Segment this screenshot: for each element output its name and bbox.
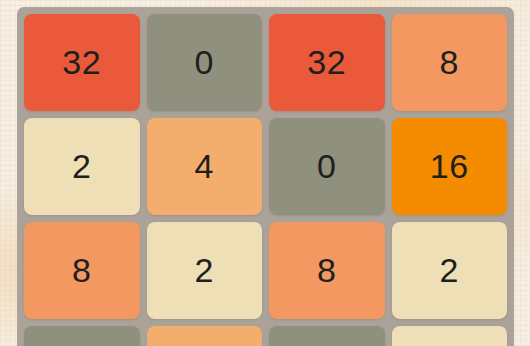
tile-r1c4: 8: [392, 14, 508, 111]
tile-r2c3: 0: [269, 118, 385, 215]
tile-r3c1: 8: [24, 222, 140, 319]
tile-r2c1: 2: [24, 118, 140, 215]
tile-value: 8: [440, 43, 459, 82]
game-screen: 32 0 32 8 2 4 0 16 8 2 8 2: [0, 0, 530, 346]
tile-r3c4: 2: [392, 222, 508, 319]
tile-r4c1: [24, 326, 140, 346]
tile-value: 32: [307, 43, 346, 82]
tile-value: 0: [195, 43, 214, 82]
tile-value: 32: [62, 43, 101, 82]
tile-value: 16: [430, 147, 469, 186]
tile-r3c3: 8: [269, 222, 385, 319]
tile-value: 8: [317, 251, 336, 290]
tile-r3c2: 2: [147, 222, 263, 319]
tile-value: 0: [317, 147, 336, 186]
tile-r1c1: 32: [24, 14, 140, 111]
tile-r1c3: 32: [269, 14, 385, 111]
tile-grid: 32 0 32 8 2 4 0 16 8 2 8 2: [24, 14, 507, 346]
tile-value: 2: [440, 251, 459, 290]
tile-value: 4: [195, 147, 214, 186]
tile-r1c2: 0: [147, 14, 263, 111]
tile-r4c2: [147, 326, 263, 346]
tile-r2c2: 4: [147, 118, 263, 215]
tile-r4c4: [392, 326, 508, 346]
tile-r4c3: [269, 326, 385, 346]
tile-value: 8: [72, 251, 91, 290]
2048-board[interactable]: 32 0 32 8 2 4 0 16 8 2 8 2: [17, 7, 514, 346]
tile-value: 2: [72, 147, 91, 186]
tile-r2c4: 16: [392, 118, 508, 215]
tile-value: 2: [195, 251, 214, 290]
